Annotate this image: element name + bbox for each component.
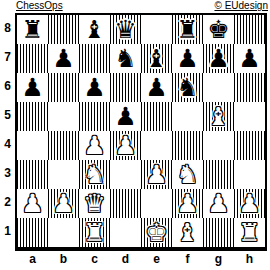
rank-label-6: 6	[1, 71, 14, 100]
square-e6[interactable]: ♟	[141, 73, 172, 102]
piece-black-pawn-b7: ♟	[48, 44, 79, 73]
header: ChessOps © EUdesign	[16, 0, 268, 13]
square-g3[interactable]	[203, 160, 234, 189]
square-f8[interactable]: ♜	[172, 15, 203, 44]
file-label-c: c	[79, 251, 110, 266]
square-h6[interactable]	[234, 73, 265, 102]
square-d5[interactable]: ♟	[110, 102, 141, 131]
square-a3[interactable]	[17, 160, 48, 189]
copyright-credit[interactable]: © EUdesign	[214, 0, 268, 12]
file-label-h: h	[234, 251, 265, 266]
square-b3[interactable]	[48, 160, 79, 189]
piece-black-rook-f8: ♜	[172, 15, 203, 44]
square-d7[interactable]: ♞	[110, 44, 141, 73]
piece-white-pawn-e3: ♟	[141, 160, 172, 189]
square-g4[interactable]	[203, 131, 234, 160]
piece-white-pawn-d4: ♟	[110, 131, 141, 160]
square-b4[interactable]	[48, 131, 79, 160]
rank-label-2: 2	[1, 187, 14, 216]
square-g7[interactable]: ♟	[203, 44, 234, 73]
file-labels: abcdefgh	[17, 251, 265, 266]
file-label-g: g	[203, 251, 234, 266]
square-b8[interactable]	[48, 15, 79, 44]
piece-white-rook-c1: ♜	[79, 218, 110, 247]
piece-black-pawn-g7: ♟	[203, 44, 234, 73]
square-a4[interactable]	[17, 131, 48, 160]
rank-labels: 87654321	[1, 13, 14, 245]
piece-white-pawn-b2: ♟	[48, 189, 79, 218]
square-c6[interactable]: ♟	[79, 73, 110, 102]
square-g1[interactable]	[203, 218, 234, 247]
square-e4[interactable]	[141, 131, 172, 160]
square-a2[interactable]: ♟	[17, 189, 48, 218]
square-d2[interactable]	[110, 189, 141, 218]
rank-label-4: 4	[1, 129, 14, 158]
piece-white-pawn-h2: ♟	[234, 189, 265, 218]
rank-label-1: 1	[1, 216, 14, 245]
piece-white-pawn-a2: ♟	[17, 189, 48, 218]
piece-black-bishop-c8: ♝	[79, 15, 110, 44]
square-a7[interactable]	[17, 44, 48, 73]
square-g2[interactable]: ♟	[203, 189, 234, 218]
square-c1[interactable]: ♜	[79, 218, 110, 247]
square-a8[interactable]: ♜	[17, 15, 48, 44]
piece-black-pawn-d5: ♟	[110, 102, 141, 131]
chessops-page: ChessOps © EUdesign 87654321 ♜♝♛♜♚♟♞♝♟♟♟…	[0, 0, 270, 270]
square-h3[interactable]	[234, 160, 265, 189]
piece-black-king-g8: ♚	[203, 15, 234, 44]
piece-black-queen-d8: ♛	[110, 15, 141, 44]
square-h5[interactable]	[234, 102, 265, 131]
square-b2[interactable]: ♟	[48, 189, 79, 218]
square-e2[interactable]	[141, 189, 172, 218]
piece-black-rook-a8: ♜	[17, 15, 48, 44]
square-e8[interactable]	[141, 15, 172, 44]
file-label-a: a	[17, 251, 48, 266]
piece-white-queen-c2: ♛	[79, 189, 110, 218]
square-d4[interactable]: ♟	[110, 131, 141, 160]
square-a6[interactable]: ♟	[17, 73, 48, 102]
piece-black-knight-f6: ♞	[172, 73, 203, 102]
rank-label-7: 7	[1, 42, 14, 71]
square-a1[interactable]	[17, 218, 48, 247]
square-g6[interactable]	[203, 73, 234, 102]
file-label-f: f	[172, 251, 203, 266]
piece-white-rook-h1: ♜	[234, 218, 265, 247]
square-e3[interactable]: ♟	[141, 160, 172, 189]
square-c2[interactable]: ♛	[79, 189, 110, 218]
piece-white-knight-c3: ♞	[79, 160, 110, 189]
piece-white-pawn-g2: ♟	[203, 189, 234, 218]
square-f7[interactable]: ♟	[172, 44, 203, 73]
square-d6[interactable]	[110, 73, 141, 102]
file-label-b: b	[48, 251, 79, 266]
rank-label-8: 8	[1, 13, 14, 42]
piece-black-pawn-e6: ♟	[141, 73, 172, 102]
square-f5[interactable]	[172, 102, 203, 131]
square-d8[interactable]: ♛	[110, 15, 141, 44]
piece-white-king-e1: ♚	[141, 218, 172, 247]
square-c4[interactable]: ♟	[79, 131, 110, 160]
square-d3[interactable]	[110, 160, 141, 189]
file-label-e: e	[141, 251, 172, 266]
piece-white-knight-f3: ♞	[172, 160, 203, 189]
piece-black-pawn-a6: ♟	[17, 73, 48, 102]
file-label-d: d	[110, 251, 141, 266]
piece-black-pawn-h7: ♟	[234, 44, 265, 73]
square-b5[interactable]	[48, 102, 79, 131]
square-f6[interactable]: ♞	[172, 73, 203, 102]
square-a5[interactable]	[17, 102, 48, 131]
piece-black-pawn-c6: ♟	[79, 73, 110, 102]
square-h8[interactable]	[234, 15, 265, 44]
rank-label-3: 3	[1, 158, 14, 187]
rank-label-5: 5	[1, 100, 14, 129]
chess-board: ♜♝♛♜♚♟♞♝♟♟♟♟♟♟♞♟♝♟♟♞♟♞♟♟♛♟♟♟♜♚♝♜	[15, 13, 267, 251]
square-f2[interactable]: ♟	[172, 189, 203, 218]
square-b7[interactable]: ♟	[48, 44, 79, 73]
square-c7[interactable]	[79, 44, 110, 73]
square-b1[interactable]	[48, 218, 79, 247]
square-e5[interactable]	[141, 102, 172, 131]
square-g8[interactable]: ♚	[203, 15, 234, 44]
piece-black-bishop-e7: ♝	[141, 44, 172, 73]
square-h4[interactable]	[234, 131, 265, 160]
square-d1[interactable]	[110, 218, 141, 247]
square-e1[interactable]: ♚	[141, 218, 172, 247]
piece-white-pawn-c4: ♟	[79, 131, 110, 160]
square-f4[interactable]	[172, 131, 203, 160]
square-g5[interactable]: ♝	[203, 102, 234, 131]
square-b6[interactable]	[48, 73, 79, 102]
square-h7[interactable]: ♟	[234, 44, 265, 73]
square-c5[interactable]	[79, 102, 110, 131]
piece-black-pawn-f7: ♟	[172, 44, 203, 73]
piece-white-pawn-f2: ♟	[172, 189, 203, 218]
square-f1[interactable]: ♝	[172, 218, 203, 247]
piece-black-knight-d7: ♞	[110, 44, 141, 73]
square-e7[interactable]: ♝	[141, 44, 172, 73]
square-f3[interactable]: ♞	[172, 160, 203, 189]
square-h1[interactable]: ♜	[234, 218, 265, 247]
piece-white-bishop-f1: ♝	[172, 218, 203, 247]
app-title[interactable]: ChessOps	[16, 0, 63, 12]
square-c3[interactable]: ♞	[79, 160, 110, 189]
square-h2[interactable]: ♟	[234, 189, 265, 218]
piece-white-bishop-g5: ♝	[203, 102, 234, 131]
square-c8[interactable]: ♝	[79, 15, 110, 44]
